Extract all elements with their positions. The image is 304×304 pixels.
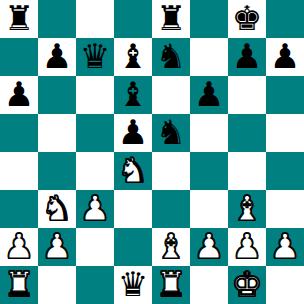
- black-rook[interactable]: ♜: [156, 0, 186, 37]
- white-pawn[interactable]: ♟: [42, 228, 72, 265]
- square-h8[interactable]: [266, 0, 304, 38]
- white-bishop[interactable]: ♝: [232, 190, 262, 227]
- square-h5[interactable]: [266, 114, 304, 152]
- black-pawn[interactable]: ♟: [232, 38, 262, 75]
- white-pawn[interactable]: ♟: [80, 190, 110, 227]
- black-king[interactable]: ♚: [232, 0, 262, 37]
- square-f3[interactable]: [190, 190, 228, 228]
- square-c5[interactable]: [76, 114, 114, 152]
- square-c8[interactable]: [76, 0, 114, 38]
- square-b3[interactable]: ♞: [38, 190, 76, 228]
- square-a8[interactable]: ♜: [0, 0, 38, 38]
- square-e4[interactable]: [152, 152, 190, 190]
- square-h2[interactable]: ♟: [266, 228, 304, 266]
- square-b5[interactable]: [38, 114, 76, 152]
- white-rook[interactable]: ♜: [4, 266, 34, 303]
- square-a6[interactable]: ♟: [0, 76, 38, 114]
- white-pawn[interactable]: ♟: [270, 228, 300, 265]
- square-e7[interactable]: ♞: [152, 38, 190, 76]
- black-pawn[interactable]: ♟: [270, 38, 300, 75]
- square-g8[interactable]: ♚: [228, 0, 266, 38]
- square-b2[interactable]: ♟: [38, 228, 76, 266]
- white-pawn[interactable]: ♟: [4, 228, 34, 265]
- square-f5[interactable]: [190, 114, 228, 152]
- square-h1[interactable]: [266, 266, 304, 304]
- square-f8[interactable]: [190, 0, 228, 38]
- square-h3[interactable]: [266, 190, 304, 228]
- square-g2[interactable]: ♟: [228, 228, 266, 266]
- square-d4[interactable]: ♞: [114, 152, 152, 190]
- black-rook[interactable]: ♜: [4, 0, 34, 37]
- square-h6[interactable]: [266, 76, 304, 114]
- square-a7[interactable]: [0, 38, 38, 76]
- chess-board: ♜♜♚♟♛♝♞♟♟♟♝♟♟♞♞♞♟♝♟♟♝♟♟♟♜♛♜♚: [0, 0, 304, 304]
- square-a2[interactable]: ♟: [0, 228, 38, 266]
- square-c1[interactable]: [76, 266, 114, 304]
- square-f1[interactable]: [190, 266, 228, 304]
- square-a3[interactable]: [0, 190, 38, 228]
- black-bishop[interactable]: ♝: [118, 76, 148, 113]
- black-knight[interactable]: ♞: [156, 38, 186, 75]
- white-knight[interactable]: ♞: [42, 190, 72, 227]
- square-d6[interactable]: ♝: [114, 76, 152, 114]
- square-g4[interactable]: [228, 152, 266, 190]
- black-pawn[interactable]: ♟: [42, 38, 72, 75]
- square-c7[interactable]: ♛: [76, 38, 114, 76]
- square-c6[interactable]: [76, 76, 114, 114]
- white-pawn[interactable]: ♟: [232, 228, 262, 265]
- black-queen[interactable]: ♛: [80, 38, 110, 75]
- square-a1[interactable]: ♜: [0, 266, 38, 304]
- black-bishop[interactable]: ♝: [118, 38, 148, 75]
- square-e8[interactable]: ♜: [152, 0, 190, 38]
- square-g5[interactable]: [228, 114, 266, 152]
- square-e6[interactable]: [152, 76, 190, 114]
- square-f7[interactable]: [190, 38, 228, 76]
- square-b7[interactable]: ♟: [38, 38, 76, 76]
- black-queen[interactable]: ♛: [118, 266, 148, 303]
- black-pawn[interactable]: ♟: [4, 76, 34, 113]
- square-c4[interactable]: [76, 152, 114, 190]
- square-a4[interactable]: [0, 152, 38, 190]
- square-e3[interactable]: [152, 190, 190, 228]
- square-d3[interactable]: [114, 190, 152, 228]
- square-b4[interactable]: [38, 152, 76, 190]
- square-d2[interactable]: [114, 228, 152, 266]
- square-g1[interactable]: ♚: [228, 266, 266, 304]
- white-rook[interactable]: ♜: [156, 266, 186, 303]
- square-h4[interactable]: [266, 152, 304, 190]
- square-d8[interactable]: [114, 0, 152, 38]
- square-b6[interactable]: [38, 76, 76, 114]
- white-king[interactable]: ♚: [232, 266, 262, 303]
- square-e2[interactable]: ♝: [152, 228, 190, 266]
- white-pawn[interactable]: ♟: [194, 228, 224, 265]
- square-b8[interactable]: [38, 0, 76, 38]
- square-c3[interactable]: ♟: [76, 190, 114, 228]
- square-d5[interactable]: ♟: [114, 114, 152, 152]
- square-f2[interactable]: ♟: [190, 228, 228, 266]
- square-c2[interactable]: [76, 228, 114, 266]
- square-f6[interactable]: ♟: [190, 76, 228, 114]
- white-knight[interactable]: ♞: [118, 152, 148, 189]
- black-pawn[interactable]: ♟: [194, 76, 224, 113]
- square-e1[interactable]: ♜: [152, 266, 190, 304]
- square-a5[interactable]: [0, 114, 38, 152]
- white-bishop[interactable]: ♝: [156, 228, 186, 265]
- black-knight[interactable]: ♞: [156, 114, 186, 151]
- black-pawn[interactable]: ♟: [118, 114, 148, 151]
- square-d1[interactable]: ♛: [114, 266, 152, 304]
- square-f4[interactable]: [190, 152, 228, 190]
- square-g3[interactable]: ♝: [228, 190, 266, 228]
- square-h7[interactable]: ♟: [266, 38, 304, 76]
- square-d7[interactable]: ♝: [114, 38, 152, 76]
- square-b1[interactable]: [38, 266, 76, 304]
- square-g6[interactable]: [228, 76, 266, 114]
- square-g7[interactable]: ♟: [228, 38, 266, 76]
- square-e5[interactable]: ♞: [152, 114, 190, 152]
